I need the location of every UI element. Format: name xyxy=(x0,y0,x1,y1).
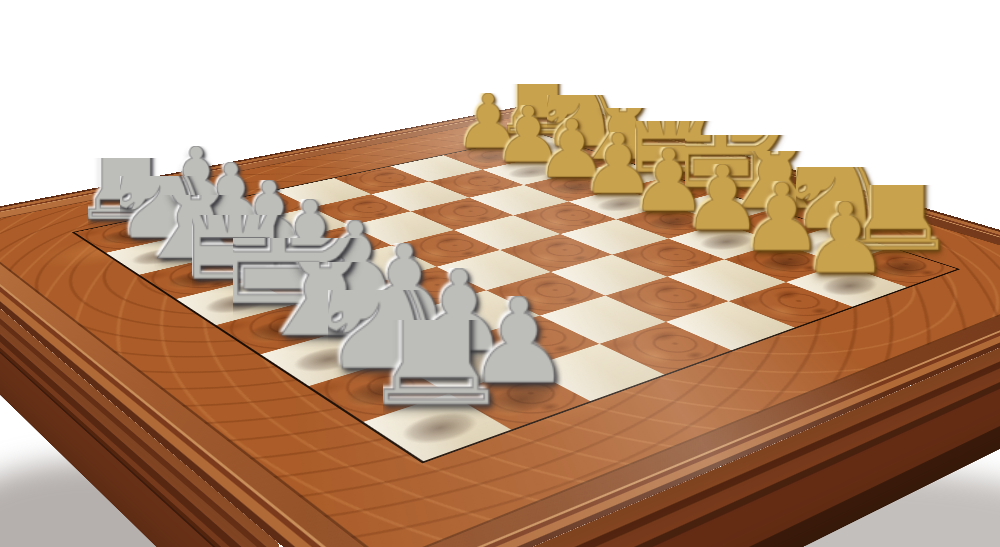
gold-pawn-glyph: ♟ xyxy=(804,201,888,285)
chess-set-photo: ♜♞♝♛♚♝♞♜♟♟♟♟♟♟♟♟♟♟♟♟♟♟♟♟♜♞♝♛♚♝♞♜ xyxy=(0,0,1000,547)
chess-case: ♜♞♝♛♚♝♞♜♟♟♟♟♟♟♟♟♟♟♟♟♟♟♟♟♜♞♝♛♚♝♞♜ xyxy=(0,100,1000,547)
silver-rook-glyph: ♜ xyxy=(383,320,489,426)
